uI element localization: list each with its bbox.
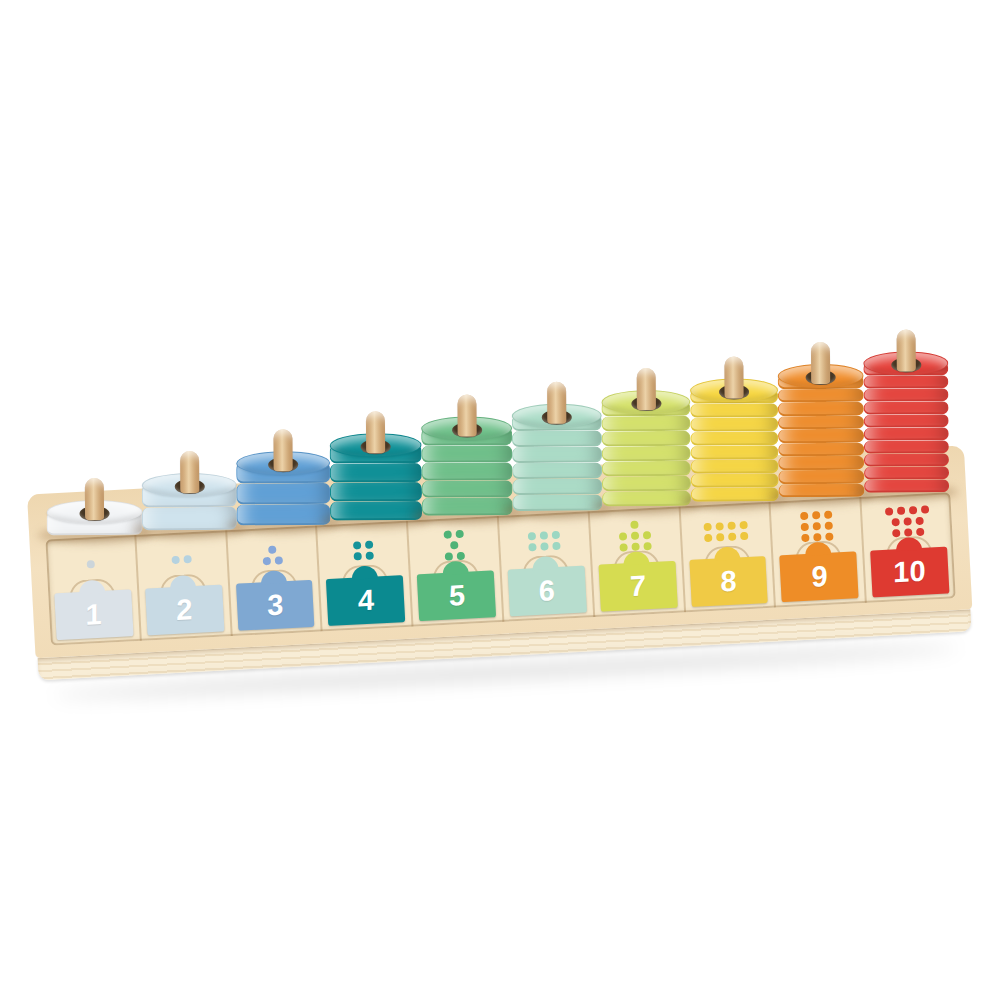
stacking-ring[interactable] — [864, 453, 949, 467]
counting-dot — [716, 533, 724, 541]
tile-section-3: 3 — [227, 525, 323, 636]
dot-row — [619, 531, 651, 541]
counting-dot — [450, 541, 458, 549]
dot-row — [703, 520, 747, 530]
stacking-ring[interactable] — [330, 501, 422, 521]
counting-dot — [528, 531, 536, 539]
number-tile-piece-4[interactable]: 4 — [326, 575, 405, 626]
stacking-ring[interactable] — [864, 440, 949, 454]
ring-stack-10[interactable] — [863, 362, 949, 493]
dot-row — [443, 530, 463, 539]
counting-dot — [825, 532, 833, 540]
counting-dot — [455, 530, 463, 538]
tile-section-5: 5 — [408, 516, 504, 627]
counting-dot — [172, 556, 180, 564]
dot-row — [800, 510, 832, 520]
stacking-ring[interactable] — [778, 470, 864, 484]
counting-dot — [353, 552, 361, 560]
stacking-ring[interactable] — [421, 445, 512, 463]
stack-cell — [322, 326, 424, 523]
counting-dot — [630, 521, 638, 529]
stacking-ring[interactable] — [778, 388, 864, 402]
wooden-peg — [180, 451, 199, 493]
ring-stack-8[interactable] — [690, 389, 779, 502]
ring-stack-9[interactable] — [778, 375, 865, 498]
stacking-ring[interactable] — [778, 442, 864, 456]
stack-cell — [414, 321, 515, 517]
rings — [601, 401, 691, 507]
counting-dot — [643, 531, 651, 539]
counting-dot — [553, 541, 561, 549]
stacking-ring[interactable] — [512, 446, 602, 463]
stacking-ring[interactable] — [691, 487, 779, 502]
counting-dot — [800, 512, 808, 520]
tile-section-10: 10 — [861, 492, 955, 603]
rings — [512, 414, 603, 511]
dot-row — [704, 531, 748, 541]
stacking-ring[interactable] — [863, 375, 948, 389]
stacking-ring[interactable] — [602, 476, 691, 492]
stack-cell — [505, 317, 605, 513]
counting-dot — [619, 532, 627, 540]
counting-dot — [812, 522, 820, 530]
number-tile-piece-5[interactable]: 5 — [417, 570, 496, 621]
counting-dot — [908, 506, 916, 514]
counting-dot — [275, 556, 283, 564]
counting-dot — [540, 531, 548, 539]
stacking-ring[interactable] — [863, 388, 948, 402]
counting-dot — [824, 521, 832, 529]
stack-cell — [595, 312, 694, 508]
stack-cell — [228, 331, 332, 528]
ring-stack-1[interactable] — [47, 511, 143, 536]
rings — [863, 362, 949, 493]
wooden-peg — [724, 356, 743, 398]
stack-cell — [683, 307, 781, 503]
stacking-ring[interactable] — [421, 462, 512, 480]
counting-dots-7 — [618, 508, 652, 557]
counting-dots-2 — [170, 532, 192, 580]
stack-cell — [857, 298, 952, 494]
counting-dot — [916, 528, 924, 536]
number-tile-piece-2[interactable]: 2 — [145, 585, 224, 636]
number-tile-piece-3[interactable]: 3 — [236, 580, 315, 631]
number-tile-piece-6[interactable]: 6 — [508, 566, 587, 617]
number-label: 2 — [176, 593, 192, 627]
counting-dot — [365, 551, 373, 559]
counting-dot — [903, 517, 911, 525]
wooden-peg — [366, 411, 385, 453]
stacking-ring[interactable] — [778, 456, 864, 470]
counting-dot — [740, 531, 748, 539]
ring-stacks-row — [19, 298, 966, 539]
counting-dot — [892, 529, 900, 537]
stacking-ring[interactable] — [512, 478, 602, 495]
counting-dot — [715, 522, 723, 530]
stacking-ring[interactable] — [778, 483, 864, 497]
counting-dot — [365, 540, 373, 548]
number-tile-piece-8[interactable]: 8 — [689, 556, 768, 607]
counting-dot — [704, 533, 712, 541]
tile-section-6: 6 — [499, 511, 595, 622]
number-label: 3 — [267, 588, 283, 622]
dot-row — [618, 520, 650, 530]
stacking-ring[interactable] — [690, 403, 778, 418]
number-label: 8 — [720, 565, 736, 599]
number-label: 9 — [811, 560, 827, 594]
stacking-ring[interactable] — [512, 430, 602, 447]
dot-row — [444, 541, 464, 550]
counting-dot — [896, 507, 904, 515]
counting-board: 1 2 3 4 5 — [19, 298, 974, 704]
counting-dot — [631, 532, 639, 540]
dot-row — [800, 521, 832, 531]
number-tile-piece-10[interactable]: 10 — [870, 547, 949, 598]
counting-dot — [443, 530, 451, 538]
dot-row — [353, 551, 373, 560]
tile-section-1: 1 — [45, 535, 141, 646]
stacking-ring[interactable] — [422, 480, 513, 498]
counting-dot — [263, 556, 271, 564]
stack-cell — [37, 341, 143, 538]
counting-dot — [728, 532, 736, 540]
tile-section-7: 7 — [589, 506, 685, 617]
dot-row — [262, 545, 282, 554]
ring-stack-5[interactable] — [421, 427, 513, 516]
stacking-ring[interactable] — [864, 466, 949, 480]
stacking-ring[interactable] — [602, 491, 691, 507]
counting-dot — [529, 542, 537, 550]
counting-dot — [87, 560, 95, 568]
stacking-ring[interactable] — [864, 414, 949, 428]
counting-dot — [353, 541, 361, 549]
counting-dot — [920, 505, 928, 513]
wooden-peg — [457, 394, 476, 436]
counting-dots-4 — [352, 523, 374, 571]
stacking-ring[interactable] — [778, 429, 864, 443]
ring-stack-2[interactable] — [142, 484, 237, 531]
stacking-ring[interactable] — [690, 431, 778, 446]
counting-dot — [800, 523, 808, 531]
scene: 1 2 3 4 5 — [0, 0, 1000, 1000]
counting-dot — [184, 555, 192, 563]
stacking-ring[interactable] — [602, 431, 691, 447]
tile-section-9: 9 — [771, 497, 867, 608]
counting-dot — [915, 517, 923, 525]
stacking-ring[interactable] — [778, 415, 864, 429]
stacking-ring[interactable] — [691, 473, 779, 488]
wooden-peg — [811, 342, 830, 384]
number-tile-piece-1[interactable]: 1 — [54, 589, 133, 640]
stacking-ring[interactable] — [864, 401, 949, 415]
number-tile-piece-7[interactable]: 7 — [598, 561, 677, 612]
number-label: 1 — [86, 598, 102, 632]
stacking-ring[interactable] — [512, 462, 602, 479]
dot-row — [884, 505, 928, 515]
counting-dot — [801, 534, 809, 542]
dot-row — [528, 530, 560, 540]
counting-dot — [552, 530, 560, 538]
rings — [690, 389, 779, 502]
rings — [778, 375, 865, 498]
counting-dot — [824, 510, 832, 518]
ring-stack-3[interactable] — [236, 462, 330, 526]
number-label: 4 — [358, 584, 374, 618]
number-tile-piece-9[interactable]: 9 — [780, 551, 859, 602]
counting-dot — [739, 520, 747, 528]
dot-row — [353, 540, 373, 549]
counting-dot — [703, 522, 711, 530]
stacking-ring[interactable] — [602, 446, 691, 462]
stacking-ring[interactable] — [602, 461, 691, 477]
tile-section-4: 4 — [317, 521, 413, 632]
stacking-ring[interactable] — [864, 427, 949, 441]
stacking-ring[interactable] — [778, 402, 864, 416]
tile-section-8: 8 — [680, 502, 776, 613]
stacking-ring[interactable] — [601, 416, 690, 432]
stacking-ring[interactable] — [330, 482, 422, 502]
wooden-peg — [636, 368, 655, 410]
stacking-ring[interactable] — [330, 463, 422, 483]
number-label: 6 — [539, 574, 555, 608]
counting-dot — [620, 543, 628, 551]
dot-row — [885, 516, 929, 526]
counting-dot — [891, 518, 899, 526]
stacking-ring[interactable] — [690, 417, 778, 432]
stacking-ring[interactable] — [142, 507, 237, 531]
stack-cell — [771, 303, 867, 499]
counting-dot — [456, 552, 464, 560]
counting-dot — [644, 542, 652, 550]
tile-section-2: 2 — [136, 530, 232, 641]
number-label: 7 — [630, 569, 646, 603]
number-label: 5 — [448, 579, 464, 613]
ring-stack-6[interactable] — [512, 414, 603, 511]
stacking-ring[interactable] — [422, 498, 513, 516]
counting-dot — [727, 521, 735, 529]
ring-stack-7[interactable] — [601, 401, 691, 507]
number-label: 10 — [894, 555, 926, 590]
dot-row — [172, 555, 192, 564]
stacking-ring[interactable] — [236, 504, 330, 526]
wooden-peg — [85, 478, 104, 520]
stacking-ring[interactable] — [691, 459, 779, 474]
wooden-peg — [273, 429, 292, 471]
counting-dot — [884, 507, 892, 515]
counting-dot — [268, 545, 276, 553]
counting-dot — [541, 542, 549, 550]
stacking-ring[interactable] — [864, 479, 949, 493]
ring-stack-4[interactable] — [330, 444, 423, 521]
counting-dots-6 — [527, 513, 561, 562]
counting-dot — [812, 511, 820, 519]
counting-dots-5 — [442, 518, 464, 566]
counting-dots-1 — [86, 537, 96, 584]
wooden-peg — [896, 329, 915, 371]
dot-row — [263, 556, 283, 565]
stacking-ring[interactable] — [236, 483, 330, 505]
stacking-ring[interactable] — [690, 445, 778, 460]
stack-cell — [133, 336, 238, 533]
stacking-ring[interactable] — [512, 494, 602, 511]
counting-dots-3 — [261, 527, 283, 575]
wooden-peg — [547, 382, 566, 424]
dot-row — [529, 541, 561, 551]
dot-row — [87, 560, 95, 568]
